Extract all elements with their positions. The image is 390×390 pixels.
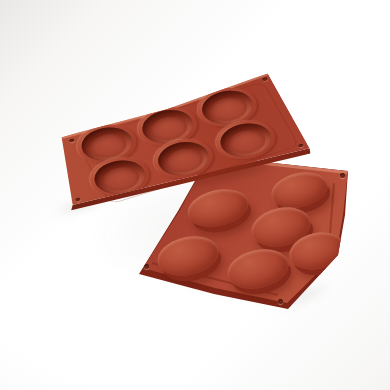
cavity-bottom (224, 126, 270, 157)
product-photo-stage (0, 0, 390, 390)
cavity-bottom (162, 145, 208, 176)
corner-hole (340, 173, 345, 178)
corner-hole (278, 299, 283, 304)
